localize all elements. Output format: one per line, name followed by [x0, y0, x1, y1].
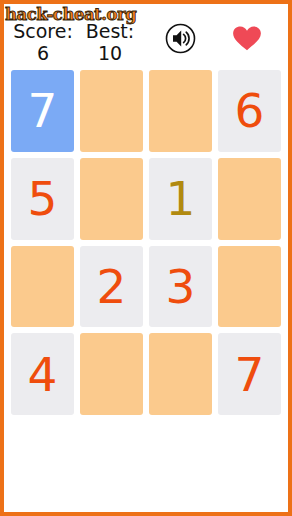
tile-4[interactable]: 4 — [11, 333, 74, 415]
heart-icon — [232, 25, 262, 55]
tile-empty[interactable] — [218, 246, 281, 328]
best-value: 10 — [78, 43, 142, 63]
tile-empty[interactable] — [11, 246, 74, 328]
heart-button[interactable] — [231, 25, 263, 55]
speaker-on-icon — [165, 23, 196, 57]
tile-empty[interactable] — [80, 158, 143, 240]
tile-2[interactable]: 2 — [80, 246, 143, 328]
tile-empty[interactable] — [149, 70, 212, 152]
watermark-text: hack-cheat.org — [5, 6, 136, 24]
tile-empty[interactable] — [80, 70, 143, 152]
tile-5[interactable]: 5 — [11, 158, 74, 240]
best-block: Best: 10 — [78, 21, 142, 63]
tile-7[interactable]: 7 — [218, 333, 281, 415]
tile-6[interactable]: 6 — [218, 70, 281, 152]
tile-empty[interactable] — [218, 158, 281, 240]
tile-3[interactable]: 3 — [149, 246, 212, 328]
board: 76512347 — [11, 70, 281, 415]
score-value: 6 — [8, 43, 78, 63]
score-block: Score: 6 — [8, 21, 78, 63]
tile-empty[interactable] — [149, 333, 212, 415]
tile-7[interactable]: 7 — [11, 70, 74, 152]
tile-empty[interactable] — [80, 333, 143, 415]
game-screen: { "game": "tap-to-merge number tile puzz… — [0, 0, 292, 516]
tile-1[interactable]: 1 — [149, 158, 212, 240]
sound-toggle-button[interactable] — [164, 24, 196, 56]
